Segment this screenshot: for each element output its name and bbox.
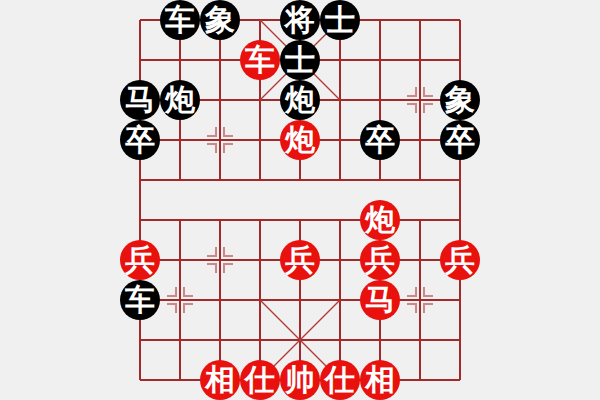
piece-red-chariot[interactable]: 车 <box>240 40 280 80</box>
board-point-3-5[interactable] <box>200 200 240 240</box>
xiangqi-app: 车象将士车士马炮炮象卒炮卒卒炮兵兵兵兵车马相仕帅仕相 <box>0 0 600 400</box>
piece-black-general[interactable]: 将 <box>280 0 320 40</box>
board-point-6-0[interactable]: 士 <box>320 0 360 40</box>
board-point-1-2[interactable]: 马 <box>120 80 160 120</box>
board-point-9-2[interactable]: 象 <box>440 80 480 120</box>
board-point-3-6[interactable] <box>200 240 240 280</box>
board-point-5-9[interactable]: 帅 <box>280 360 320 400</box>
board-point-6-1[interactable] <box>320 40 360 80</box>
piece-black-elephant[interactable]: 象 <box>440 80 480 120</box>
board-point-6-4[interactable] <box>320 160 360 200</box>
board-point-2-4[interactable] <box>160 160 200 200</box>
board-point-1-5[interactable] <box>120 200 160 240</box>
board-point-4-5[interactable] <box>240 200 280 240</box>
piece-black-chariot[interactable]: 车 <box>120 280 160 320</box>
board-point-2-9[interactable] <box>160 360 200 400</box>
board-point-6-8[interactable] <box>320 320 360 360</box>
board-point-8-0[interactable] <box>400 0 440 40</box>
board-point-1-9[interactable] <box>120 360 160 400</box>
piece-black-elephant[interactable]: 象 <box>200 0 240 40</box>
board-point-1-0[interactable] <box>120 0 160 40</box>
board-point-4-2[interactable] <box>240 80 280 120</box>
board-point-4-1[interactable]: 车 <box>240 40 280 80</box>
board-point-1-7[interactable]: 车 <box>120 280 160 320</box>
board-point-7-8[interactable] <box>360 320 400 360</box>
board-point-3-3[interactable] <box>200 120 240 160</box>
board-point-9-8[interactable] <box>440 320 480 360</box>
piece-black-pawn[interactable]: 卒 <box>440 120 480 160</box>
board-point-2-6[interactable] <box>160 240 200 280</box>
board-point-3-0[interactable]: 象 <box>200 0 240 40</box>
board-point-8-2[interactable] <box>400 80 440 120</box>
piece-black-cannon[interactable]: 炮 <box>280 80 320 120</box>
piece-red-elephant[interactable]: 相 <box>200 360 240 400</box>
piece-red-general[interactable]: 帅 <box>280 360 320 400</box>
board-point-8-7[interactable] <box>400 280 440 320</box>
board-point-3-1[interactable] <box>200 40 240 80</box>
board-point-7-4[interactable] <box>360 160 400 200</box>
board-point-2-5[interactable] <box>160 200 200 240</box>
board-point-1-4[interactable] <box>120 160 160 200</box>
board-point-7-5[interactable]: 炮 <box>360 200 400 240</box>
piece-black-pawn[interactable]: 卒 <box>360 120 400 160</box>
board-point-5-1[interactable]: 士 <box>280 40 320 80</box>
board-point-1-3[interactable]: 卒 <box>120 120 160 160</box>
board-point-1-8[interactable] <box>120 320 160 360</box>
piece-red-pawn[interactable]: 兵 <box>280 240 320 280</box>
board-point-9-0[interactable] <box>440 0 480 40</box>
board-point-7-3[interactable]: 卒 <box>360 120 400 160</box>
board-point-9-5[interactable] <box>440 200 480 240</box>
board-point-4-4[interactable] <box>240 160 280 200</box>
board-point-6-2[interactable] <box>320 80 360 120</box>
board-point-4-8[interactable] <box>240 320 280 360</box>
board-point-4-9[interactable]: 仕 <box>240 360 280 400</box>
piece-black-pawn[interactable]: 卒 <box>120 120 160 160</box>
board-point-3-8[interactable] <box>200 320 240 360</box>
piece-black-advisor[interactable]: 士 <box>280 40 320 80</box>
board-point-8-5[interactable] <box>400 200 440 240</box>
board-point-1-6[interactable]: 兵 <box>120 240 160 280</box>
board-point-6-7[interactable] <box>320 280 360 320</box>
board-point-6-9[interactable]: 仕 <box>320 360 360 400</box>
board-point-6-5[interactable] <box>320 200 360 240</box>
board-point-3-9[interactable]: 相 <box>200 360 240 400</box>
board-point-8-6[interactable] <box>400 240 440 280</box>
piece-red-cannon[interactable]: 炮 <box>360 200 400 240</box>
piece-black-cannon[interactable]: 炮 <box>160 80 200 120</box>
board-point-4-0[interactable] <box>240 0 280 40</box>
board-point-5-8[interactable] <box>280 320 320 360</box>
board-point-5-0[interactable]: 将 <box>280 0 320 40</box>
board-point-5-6[interactable]: 兵 <box>280 240 320 280</box>
board-point-7-2[interactable] <box>360 80 400 120</box>
board-point-3-4[interactable] <box>200 160 240 200</box>
board-point-8-8[interactable] <box>400 320 440 360</box>
board-point-9-1[interactable] <box>440 40 480 80</box>
board-point-9-3[interactable]: 卒 <box>440 120 480 160</box>
board-point-4-6[interactable] <box>240 240 280 280</box>
board-point-9-9[interactable] <box>440 360 480 400</box>
piece-black-horse[interactable]: 马 <box>120 80 160 120</box>
board-point-6-3[interactable] <box>320 120 360 160</box>
piece-red-advisor[interactable]: 仕 <box>240 360 280 400</box>
xiangqi-board-grid: 车象将士车士马炮炮象卒炮卒卒炮兵兵兵兵车马相仕帅仕相 <box>120 0 480 400</box>
board-point-8-4[interactable] <box>400 160 440 200</box>
board-point-7-6[interactable]: 兵 <box>360 240 400 280</box>
board-point-2-1[interactable] <box>160 40 200 80</box>
board-point-2-7[interactable] <box>160 280 200 320</box>
piece-black-advisor[interactable]: 士 <box>320 0 360 40</box>
board-point-7-9[interactable]: 相 <box>360 360 400 400</box>
board-point-9-4[interactable] <box>440 160 480 200</box>
board-point-7-1[interactable] <box>360 40 400 80</box>
piece-red-elephant[interactable]: 相 <box>360 360 400 400</box>
board-point-1-1[interactable] <box>120 40 160 80</box>
piece-red-pawn[interactable]: 兵 <box>440 240 480 280</box>
board-point-9-6[interactable]: 兵 <box>440 240 480 280</box>
board-point-5-5[interactable] <box>280 200 320 240</box>
piece-red-advisor[interactable]: 仕 <box>320 360 360 400</box>
board-point-5-3[interactable]: 炮 <box>280 120 320 160</box>
board-point-5-7[interactable] <box>280 280 320 320</box>
board-point-5-4[interactable] <box>280 160 320 200</box>
board-point-2-8[interactable] <box>160 320 200 360</box>
board-point-3-7[interactable] <box>200 280 240 320</box>
board-point-2-0[interactable]: 车 <box>160 0 200 40</box>
piece-red-pawn[interactable]: 兵 <box>120 240 160 280</box>
board-point-9-7[interactable] <box>440 280 480 320</box>
board-point-6-6[interactable] <box>320 240 360 280</box>
board-point-3-2[interactable] <box>200 80 240 120</box>
board-point-2-3[interactable] <box>160 120 200 160</box>
piece-red-horse[interactable]: 马 <box>360 280 400 320</box>
board-point-7-7[interactable]: 马 <box>360 280 400 320</box>
piece-red-pawn[interactable]: 兵 <box>360 240 400 280</box>
piece-red-cannon[interactable]: 炮 <box>280 120 320 160</box>
board-point-4-3[interactable] <box>240 120 280 160</box>
board-point-5-2[interactable]: 炮 <box>280 80 320 120</box>
board-point-7-0[interactable] <box>360 0 400 40</box>
board-point-4-7[interactable] <box>240 280 280 320</box>
board-point-2-2[interactable]: 炮 <box>160 80 200 120</box>
board-point-8-3[interactable] <box>400 120 440 160</box>
board-point-8-1[interactable] <box>400 40 440 80</box>
piece-black-chariot[interactable]: 车 <box>160 0 200 40</box>
board-point-8-9[interactable] <box>400 360 440 400</box>
